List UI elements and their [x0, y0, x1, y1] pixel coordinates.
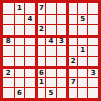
cell-r4c2-empty[interactable] — [14, 35, 25, 46]
cell-r5c6-empty[interactable] — [56, 45, 67, 56]
cell-r6c1-empty[interactable] — [3, 56, 14, 67]
cell-r2c8-given-5[interactable]: 5 — [77, 14, 88, 25]
cell-r7c1-given-2[interactable]: 2 — [3, 66, 14, 77]
cell-r3c8-empty[interactable] — [77, 24, 88, 35]
cell-r3c3-empty[interactable] — [24, 24, 35, 35]
cell-r9c4-empty[interactable] — [35, 87, 46, 98]
cell-r2c9-empty[interactable] — [87, 14, 98, 25]
cell-r5c3-empty[interactable] — [24, 45, 35, 56]
cell-r9c7-empty[interactable] — [66, 87, 77, 98]
cell-r1c9-empty[interactable] — [87, 3, 98, 14]
cell-r5c8-given-1[interactable]: 1 — [77, 45, 88, 56]
cell-r7c8-empty[interactable] — [77, 66, 88, 77]
cell-r8c9-empty[interactable] — [87, 77, 98, 88]
cell-r3c7-empty[interactable] — [66, 24, 77, 35]
cell-r1c4-given-7[interactable]: 7 — [35, 3, 46, 14]
cell-r4c4-empty[interactable] — [35, 35, 46, 46]
cell-r2c5-empty[interactable] — [45, 14, 56, 25]
cell-r6c3-empty[interactable] — [24, 56, 35, 67]
cell-r7c5-empty[interactable] — [45, 66, 56, 77]
cell-r6c7-given-2[interactable]: 2 — [66, 56, 77, 67]
cell-r8c8-empty[interactable] — [77, 77, 88, 88]
cell-r8c1-empty[interactable] — [3, 77, 14, 88]
cell-r7c4-given-6[interactable]: 6 — [35, 66, 46, 77]
cell-r7c6-empty[interactable] — [56, 66, 67, 77]
cell-r9c1-empty[interactable] — [3, 87, 14, 98]
cell-r6c5-empty[interactable] — [45, 56, 56, 67]
cell-r2c4-empty[interactable] — [35, 14, 46, 25]
cell-r2c1-empty[interactable] — [3, 14, 14, 25]
cell-r6c4-empty[interactable] — [35, 56, 46, 67]
cell-r1c2-given-1[interactable]: 1 — [14, 3, 25, 14]
cell-r7c9-given-3[interactable]: 3 — [87, 66, 98, 77]
cell-r7c7-empty[interactable] — [66, 66, 77, 77]
cell-r8c4-given-1[interactable]: 1 — [35, 77, 46, 88]
cell-r8c2-empty[interactable] — [14, 77, 25, 88]
cell-r3c4-given-2[interactable]: 2 — [35, 24, 46, 35]
cell-r6c6-empty[interactable] — [56, 56, 67, 67]
cell-r5c1-empty[interactable] — [3, 45, 14, 56]
cell-r4c9-empty[interactable] — [87, 35, 98, 46]
cell-r2c7-empty[interactable] — [66, 14, 77, 25]
cell-r5c7-empty[interactable] — [66, 45, 77, 56]
cell-r9c9-empty[interactable] — [87, 87, 98, 98]
cell-r1c7-empty[interactable] — [66, 3, 77, 14]
cell-r9c2-given-6[interactable]: 6 — [14, 87, 25, 98]
cell-r3c2-empty[interactable] — [14, 24, 25, 35]
cell-r6c9-empty[interactable] — [87, 56, 98, 67]
cell-r6c8-empty[interactable] — [77, 56, 88, 67]
cell-r4c8-empty[interactable] — [77, 35, 88, 46]
cell-r3c6-empty[interactable] — [56, 24, 67, 35]
cell-r5c2-empty[interactable] — [14, 45, 25, 56]
sudoku-board: 17452843122631765 — [0, 0, 101, 101]
cell-r7c2-empty[interactable] — [14, 66, 25, 77]
cell-r7c3-empty[interactable] — [24, 66, 35, 77]
cell-r9c5-given-5[interactable]: 5 — [45, 87, 56, 98]
cell-r3c5-empty[interactable] — [45, 24, 56, 35]
cell-r1c6-empty[interactable] — [56, 3, 67, 14]
cell-r4c6-given-3[interactable]: 3 — [56, 35, 67, 46]
cell-r1c5-empty[interactable] — [45, 3, 56, 14]
cell-r5c4-empty[interactable] — [35, 45, 46, 56]
cell-r5c9-empty[interactable] — [87, 45, 98, 56]
cell-r9c6-empty[interactable] — [56, 87, 67, 98]
cell-r4c3-empty[interactable] — [24, 35, 35, 46]
cell-r8c3-empty[interactable] — [24, 77, 35, 88]
cell-r8c5-empty[interactable] — [45, 77, 56, 88]
cell-r5c5-empty[interactable] — [45, 45, 56, 56]
cell-r4c5-given-4[interactable]: 4 — [45, 35, 56, 46]
cell-r8c6-empty[interactable] — [56, 77, 67, 88]
cell-r4c1-given-8[interactable]: 8 — [3, 35, 14, 46]
cell-r2c2-empty[interactable] — [14, 14, 25, 25]
cell-r9c3-empty[interactable] — [24, 87, 35, 98]
cell-r1c8-empty[interactable] — [77, 3, 88, 14]
cell-r6c2-empty[interactable] — [14, 56, 25, 67]
cell-r1c1-empty[interactable] — [3, 3, 14, 14]
cell-r4c7-empty[interactable] — [66, 35, 77, 46]
cell-r3c1-empty[interactable] — [3, 24, 14, 35]
cell-r9c8-empty[interactable] — [77, 87, 88, 98]
cell-r2c3-given-4[interactable]: 4 — [24, 14, 35, 25]
cell-r3c9-empty[interactable] — [87, 24, 98, 35]
cell-r1c3-empty[interactable] — [24, 3, 35, 14]
cell-r2c6-empty[interactable] — [56, 14, 67, 25]
cell-r8c7-given-7[interactable]: 7 — [66, 77, 77, 88]
